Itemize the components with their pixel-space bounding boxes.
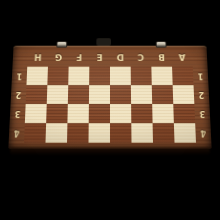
square-a1 bbox=[172, 67, 193, 85]
square-h4 bbox=[24, 123, 46, 143]
file-labels: H G F E D C B A bbox=[27, 48, 192, 67]
square-e1 bbox=[89, 67, 110, 85]
file-label-e: E bbox=[89, 48, 110, 67]
rank-label-left-2: 2 bbox=[11, 85, 27, 104]
square-h1 bbox=[26, 67, 47, 85]
square-f4 bbox=[67, 123, 89, 143]
square-h2 bbox=[26, 85, 48, 104]
rank-label-right-4: 4 bbox=[195, 123, 211, 143]
square-h3 bbox=[25, 104, 47, 123]
square-g3 bbox=[46, 104, 68, 123]
file-label-b: B bbox=[151, 48, 172, 67]
board-grid bbox=[24, 67, 196, 143]
rank-label-right-3: 3 bbox=[194, 104, 210, 123]
file-label-c: C bbox=[130, 48, 151, 67]
square-b3 bbox=[152, 104, 174, 123]
rank-label-left-3: 3 bbox=[10, 104, 26, 123]
rank-label-left-1: 1 bbox=[12, 67, 28, 85]
file-label-d: D bbox=[110, 48, 131, 67]
rank-label-right-1: 1 bbox=[193, 67, 209, 85]
square-b1 bbox=[151, 67, 172, 85]
square-c4 bbox=[131, 123, 153, 143]
square-f1 bbox=[68, 67, 89, 85]
rank-label-right-2: 2 bbox=[194, 85, 210, 104]
latch-icon bbox=[96, 38, 111, 46]
fold-seam-shadow bbox=[10, 148, 210, 155]
square-a2 bbox=[173, 85, 195, 104]
square-e3 bbox=[89, 104, 110, 123]
square-c1 bbox=[131, 67, 152, 85]
square-g1 bbox=[47, 67, 68, 85]
square-a4 bbox=[174, 123, 196, 143]
square-b4 bbox=[153, 123, 175, 143]
file-label-a: A bbox=[171, 48, 192, 67]
square-d3 bbox=[110, 104, 131, 123]
square-c3 bbox=[131, 104, 152, 123]
rank-label-left-4: 4 bbox=[9, 123, 25, 143]
square-d4 bbox=[110, 123, 132, 143]
square-f2 bbox=[68, 85, 89, 104]
chessboard-photo: H G F E D C B A 1 2 3 4 1 2 3 4 bbox=[0, 0, 220, 220]
square-a3 bbox=[173, 104, 195, 123]
square-e2 bbox=[89, 85, 110, 104]
square-b2 bbox=[152, 85, 173, 104]
square-d1 bbox=[110, 67, 131, 85]
chess-board: H G F E D C B A 1 2 3 4 1 2 3 4 bbox=[8, 46, 211, 149]
square-c2 bbox=[131, 85, 152, 104]
file-label-g: G bbox=[48, 48, 69, 67]
file-label-h: H bbox=[27, 48, 48, 67]
square-g2 bbox=[47, 85, 68, 104]
square-f3 bbox=[67, 104, 88, 123]
square-g4 bbox=[45, 123, 67, 143]
square-d2 bbox=[110, 85, 131, 104]
file-label-f: F bbox=[69, 48, 90, 67]
square-e4 bbox=[88, 123, 110, 143]
